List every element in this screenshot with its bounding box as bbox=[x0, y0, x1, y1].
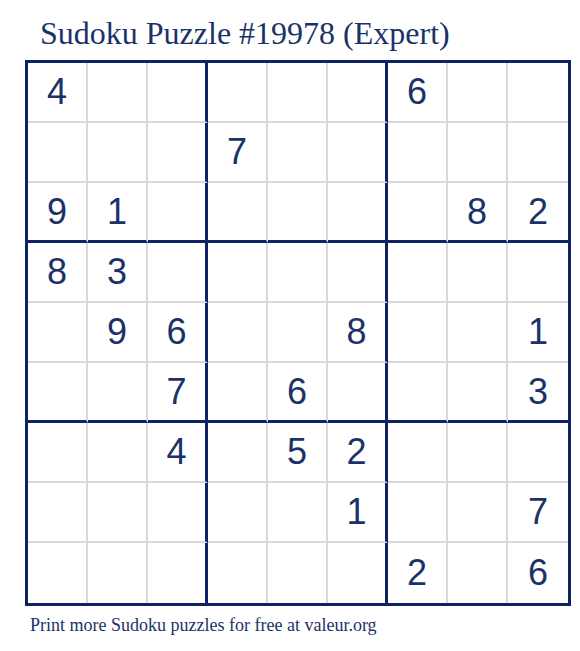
sudoku-cell-r3c3 bbox=[148, 183, 208, 243]
sudoku-cell-r7c7 bbox=[388, 423, 448, 483]
sudoku-cell-r8c8 bbox=[448, 483, 508, 543]
sudoku-cell-r3c7 bbox=[388, 183, 448, 243]
sudoku-cell-r8c6: 1 bbox=[328, 483, 388, 543]
sudoku-cell-r6c7 bbox=[388, 363, 448, 423]
sudoku-cell-r6c6 bbox=[328, 363, 388, 423]
sudoku-cell-r9c7: 2 bbox=[388, 543, 448, 603]
sudoku-cell-r6c1 bbox=[28, 363, 88, 423]
sudoku-cell-r3c6 bbox=[328, 183, 388, 243]
sudoku-cell-r3c9: 2 bbox=[508, 183, 568, 243]
sudoku-cell-r4c5 bbox=[268, 243, 328, 303]
sudoku-cell-r3c2: 1 bbox=[88, 183, 148, 243]
sudoku-cell-r7c8 bbox=[448, 423, 508, 483]
sudoku-cell-r1c1: 4 bbox=[28, 63, 88, 123]
sudoku-cell-r5c6: 8 bbox=[328, 303, 388, 363]
sudoku-cell-r1c9 bbox=[508, 63, 568, 123]
sudoku-cell-r8c7 bbox=[388, 483, 448, 543]
sudoku-cell-r4c7 bbox=[388, 243, 448, 303]
sudoku-cell-r6c5: 6 bbox=[268, 363, 328, 423]
sudoku-cell-r3c1: 9 bbox=[28, 183, 88, 243]
sudoku-cell-r2c3 bbox=[148, 123, 208, 183]
sudoku-cell-r2c1 bbox=[28, 123, 88, 183]
sudoku-cell-r7c9 bbox=[508, 423, 568, 483]
sudoku-cell-r6c4 bbox=[208, 363, 268, 423]
sudoku-board-wrapper: 46791828396817634521726 bbox=[25, 60, 580, 606]
sudoku-cell-r6c9: 3 bbox=[508, 363, 568, 423]
sudoku-cell-r7c2 bbox=[88, 423, 148, 483]
sudoku-cell-r4c6 bbox=[328, 243, 388, 303]
sudoku-cell-r5c3: 6 bbox=[148, 303, 208, 363]
page: Sudoku Puzzle #19978 (Expert) 4679182839… bbox=[0, 0, 580, 636]
sudoku-cell-r3c4 bbox=[208, 183, 268, 243]
sudoku-cell-r5c2: 9 bbox=[88, 303, 148, 363]
sudoku-cell-r6c3: 7 bbox=[148, 363, 208, 423]
footer-credit: Print more Sudoku puzzles for free at va… bbox=[0, 606, 580, 636]
sudoku-cell-r1c5 bbox=[268, 63, 328, 123]
sudoku-cell-r3c8: 8 bbox=[448, 183, 508, 243]
sudoku-cell-r9c8 bbox=[448, 543, 508, 603]
sudoku-grid: 46791828396817634521726 bbox=[25, 60, 571, 606]
sudoku-cell-r2c5 bbox=[268, 123, 328, 183]
sudoku-cell-r5c4 bbox=[208, 303, 268, 363]
sudoku-cell-r6c2 bbox=[88, 363, 148, 423]
sudoku-cell-r4c1: 8 bbox=[28, 243, 88, 303]
sudoku-cell-r4c9 bbox=[508, 243, 568, 303]
sudoku-cell-r8c5 bbox=[268, 483, 328, 543]
sudoku-cell-r8c1 bbox=[28, 483, 88, 543]
sudoku-cell-r7c6: 2 bbox=[328, 423, 388, 483]
sudoku-cell-r1c2 bbox=[88, 63, 148, 123]
sudoku-cell-r6c8 bbox=[448, 363, 508, 423]
sudoku-cell-r7c1 bbox=[28, 423, 88, 483]
sudoku-cell-r4c2: 3 bbox=[88, 243, 148, 303]
sudoku-cell-r8c4 bbox=[208, 483, 268, 543]
sudoku-cell-r9c5 bbox=[268, 543, 328, 603]
sudoku-cell-r9c2 bbox=[88, 543, 148, 603]
sudoku-cell-r9c6 bbox=[328, 543, 388, 603]
sudoku-cell-r8c3 bbox=[148, 483, 208, 543]
sudoku-cell-r2c9 bbox=[508, 123, 568, 183]
sudoku-cell-r7c3: 4 bbox=[148, 423, 208, 483]
sudoku-cell-r1c6 bbox=[328, 63, 388, 123]
sudoku-cell-r2c7 bbox=[388, 123, 448, 183]
sudoku-cell-r2c4: 7 bbox=[208, 123, 268, 183]
sudoku-cell-r7c5: 5 bbox=[268, 423, 328, 483]
sudoku-cell-r1c8 bbox=[448, 63, 508, 123]
page-title: Sudoku Puzzle #19978 (Expert) bbox=[0, 0, 580, 52]
sudoku-cell-r5c5 bbox=[268, 303, 328, 363]
sudoku-cell-r5c7 bbox=[388, 303, 448, 363]
sudoku-cell-r4c4 bbox=[208, 243, 268, 303]
sudoku-cell-r7c4 bbox=[208, 423, 268, 483]
sudoku-cell-r1c4 bbox=[208, 63, 268, 123]
sudoku-cell-r3c5 bbox=[268, 183, 328, 243]
sudoku-cell-r2c2 bbox=[88, 123, 148, 183]
sudoku-cell-r2c6 bbox=[328, 123, 388, 183]
sudoku-cell-r5c9: 1 bbox=[508, 303, 568, 363]
sudoku-cell-r9c1 bbox=[28, 543, 88, 603]
sudoku-cell-r9c3 bbox=[148, 543, 208, 603]
sudoku-cell-r5c8 bbox=[448, 303, 508, 363]
sudoku-cell-r9c9: 6 bbox=[508, 543, 568, 603]
sudoku-cell-r1c3 bbox=[148, 63, 208, 123]
sudoku-cell-r8c2 bbox=[88, 483, 148, 543]
sudoku-cell-r5c1 bbox=[28, 303, 88, 363]
sudoku-cell-r4c3 bbox=[148, 243, 208, 303]
sudoku-cell-r4c8 bbox=[448, 243, 508, 303]
sudoku-cell-r8c9: 7 bbox=[508, 483, 568, 543]
sudoku-cell-r2c8 bbox=[448, 123, 508, 183]
sudoku-cell-r1c7: 6 bbox=[388, 63, 448, 123]
sudoku-cell-r9c4 bbox=[208, 543, 268, 603]
